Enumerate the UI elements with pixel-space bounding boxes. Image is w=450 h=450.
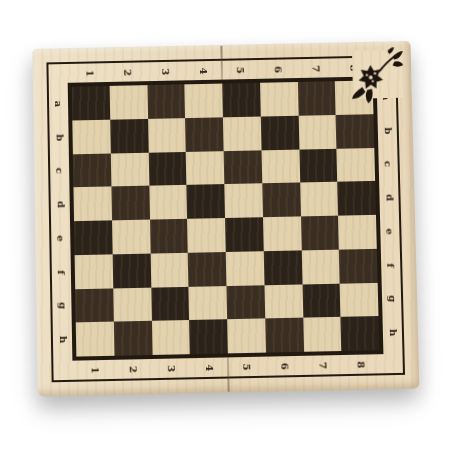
square-h7[interactable] [303, 317, 342, 352]
chess-board: 12345678 12345678 abcdefgh abcdefgh [32, 41, 419, 397]
square-c8[interactable] [337, 148, 376, 182]
square-f7[interactable] [301, 249, 340, 284]
top-label-4: 4 [184, 61, 222, 81]
left-label-g: g [52, 289, 72, 323]
square-f3[interactable] [150, 253, 188, 288]
square-h5[interactable] [227, 319, 266, 354]
square-g1[interactable] [75, 288, 113, 323]
top-label-1: 1 [71, 63, 109, 83]
square-a3[interactable] [147, 84, 185, 118]
square-h6[interactable] [265, 318, 304, 353]
square-d6[interactable] [262, 183, 300, 217]
square-b3[interactable] [148, 118, 186, 152]
square-a1[interactable] [72, 86, 110, 120]
square-a6[interactable] [260, 82, 298, 116]
square-b7[interactable] [298, 115, 336, 149]
bottom-label-1: 1 [76, 360, 114, 380]
right-label-b: b [377, 113, 397, 147]
square-a5[interactable] [222, 83, 260, 117]
square-b2[interactable] [110, 119, 148, 153]
square-c6[interactable] [261, 149, 299, 183]
square-f4[interactable] [188, 252, 226, 287]
photo-background: 12345678 12345678 abcdefgh abcdefgh [0, 0, 450, 450]
square-b8[interactable] [336, 114, 374, 148]
square-f6[interactable] [263, 250, 302, 285]
square-h1[interactable] [76, 322, 114, 357]
square-c7[interactable] [299, 148, 337, 182]
square-e8[interactable] [338, 215, 377, 250]
square-c4[interactable] [186, 151, 224, 185]
top-label-3: 3 [147, 62, 185, 82]
square-e4[interactable] [187, 218, 225, 253]
square-c2[interactable] [111, 152, 149, 186]
square-c3[interactable] [148, 151, 186, 185]
bottom-label-4: 4 [190, 357, 228, 377]
square-c5[interactable] [224, 150, 262, 184]
left-label-f: f [52, 255, 72, 289]
left-label-h: h [53, 323, 73, 357]
square-g8[interactable] [340, 282, 379, 317]
square-d3[interactable] [149, 185, 187, 219]
square-g3[interactable] [151, 286, 189, 321]
square-b6[interactable] [261, 116, 299, 150]
square-d8[interactable] [337, 181, 376, 215]
square-b5[interactable] [223, 116, 261, 150]
square-e5[interactable] [225, 217, 263, 252]
bottom-label-6: 6 [266, 356, 304, 376]
board-grid [68, 76, 384, 360]
square-e1[interactable] [74, 220, 112, 255]
right-label-c: c [378, 147, 398, 181]
square-g6[interactable] [264, 284, 303, 319]
left-label-b: b [49, 120, 69, 154]
right-label-f: f [381, 248, 401, 282]
square-e3[interactable] [150, 219, 188, 254]
square-f1[interactable] [75, 254, 113, 289]
square-d2[interactable] [111, 186, 149, 220]
square-d1[interactable] [73, 187, 111, 221]
square-e7[interactable] [300, 216, 339, 251]
top-label-7: 7 [297, 58, 335, 78]
top-label-6: 6 [259, 59, 297, 79]
left-label-d: d [50, 188, 70, 222]
square-d4[interactable] [187, 184, 225, 218]
square-g5[interactable] [226, 285, 265, 320]
square-h8[interactable] [341, 316, 380, 351]
square-e2[interactable] [112, 220, 150, 255]
right-label-e: e [380, 214, 400, 248]
square-h2[interactable] [114, 321, 152, 356]
bottom-label-5: 5 [228, 357, 266, 377]
bottom-label-7: 7 [304, 355, 342, 375]
square-f5[interactable] [226, 251, 265, 286]
bottom-label-3: 3 [152, 358, 190, 378]
square-g2[interactable] [113, 287, 151, 322]
bottom-label-2: 2 [114, 359, 152, 379]
square-h3[interactable] [151, 320, 190, 355]
left-label-c: c [50, 154, 70, 188]
square-e6[interactable] [263, 216, 302, 251]
square-d5[interactable] [224, 184, 262, 218]
right-label-d: d [379, 181, 399, 215]
square-f8[interactable] [339, 249, 378, 284]
square-g7[interactable] [302, 283, 341, 318]
right-label-h: h [382, 316, 402, 350]
square-b4[interactable] [185, 117, 223, 151]
square-c1[interactable] [73, 153, 111, 187]
square-g4[interactable] [189, 286, 228, 321]
bottom-label-8: 8 [342, 354, 380, 374]
right-label-g: g [382, 282, 402, 316]
square-f2[interactable] [112, 253, 150, 288]
square-a4[interactable] [185, 84, 223, 118]
square-a2[interactable] [109, 85, 147, 119]
square-a7[interactable] [297, 81, 335, 115]
left-label-a: a [49, 87, 68, 121]
top-label-5: 5 [222, 60, 260, 80]
flower-ornament-icon [350, 47, 405, 104]
left-label-e: e [51, 221, 71, 255]
top-label-2: 2 [109, 62, 147, 82]
square-h4[interactable] [189, 319, 228, 354]
square-b1[interactable] [72, 119, 110, 153]
square-d7[interactable] [300, 182, 339, 216]
